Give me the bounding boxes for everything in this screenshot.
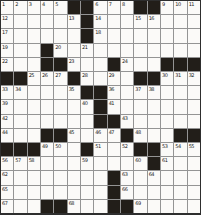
- cell-r14c13[interactable]: [174, 200, 186, 213]
- clue-number-16: 16: [149, 15, 154, 21]
- clue-number-24: 24: [122, 58, 127, 64]
- black-cell-r10c2: [28, 143, 40, 156]
- black-cell-r14c3: [41, 200, 53, 213]
- clue-number-34: 34: [15, 86, 20, 92]
- cell-r0c9[interactable]: 8: [121, 1, 133, 14]
- cell-r3c5[interactable]: [68, 44, 80, 57]
- cell-r7c11[interactable]: [148, 100, 160, 113]
- cell-r9c2[interactable]: [28, 129, 40, 142]
- clue-number-57: 57: [15, 157, 20, 163]
- cell-r14c12[interactable]: [161, 200, 173, 213]
- cell-r0c2[interactable]: 3: [28, 1, 40, 14]
- clue-number-14: 14: [95, 15, 100, 21]
- cell-r14c1[interactable]: [14, 200, 26, 213]
- cell-r3c0[interactable]: 19: [1, 44, 13, 57]
- cell-r7c12[interactable]: [161, 100, 173, 113]
- cell-r1c2[interactable]: [28, 15, 40, 28]
- cell-r8c11[interactable]: [148, 115, 160, 128]
- cell-r11c3[interactable]: [41, 157, 53, 170]
- cell-r1c8[interactable]: [108, 15, 120, 28]
- black-cell-r0c6: [81, 1, 93, 14]
- cell-r8c12[interactable]: [161, 115, 173, 128]
- clue-number-5: 5: [55, 1, 58, 7]
- black-cell-r1c6: [81, 15, 93, 28]
- cell-r9c10[interactable]: 48: [134, 129, 146, 142]
- cell-r13c4[interactable]: [54, 186, 66, 199]
- cell-r12c13[interactable]: [174, 171, 186, 184]
- cell-r8c5[interactable]: [68, 115, 80, 128]
- cell-r6c4[interactable]: [54, 86, 66, 99]
- cell-r2c1[interactable]: [14, 29, 26, 42]
- cell-r13c12[interactable]: [161, 186, 173, 199]
- cell-r2c14[interactable]: [188, 29, 200, 42]
- clue-number-1: 1: [2, 1, 5, 7]
- cell-r3c8[interactable]: [108, 44, 120, 57]
- black-cell-r4c3: [41, 58, 53, 71]
- cell-r9c0[interactable]: 44: [1, 129, 13, 142]
- clue-number-45: 45: [69, 129, 74, 135]
- cell-r2c11[interactable]: [148, 29, 160, 42]
- cell-r9c5[interactable]: 45: [68, 129, 80, 142]
- black-cell-r0c11: [148, 1, 160, 14]
- black-cell-r14c4: [54, 200, 66, 213]
- cell-r8c13[interactable]: [174, 115, 186, 128]
- clue-number-17: 17: [2, 29, 7, 35]
- cell-r10c3[interactable]: 49: [41, 143, 53, 156]
- cell-r2c13[interactable]: [174, 29, 186, 42]
- cell-r4c1[interactable]: [14, 58, 26, 71]
- cell-r6c3[interactable]: [41, 86, 53, 99]
- cell-r9c8[interactable]: 47: [108, 129, 120, 142]
- cell-r5c13[interactable]: 31: [174, 72, 186, 85]
- cell-r3c4[interactable]: 20: [54, 44, 66, 57]
- cell-r11c1[interactable]: 57: [14, 157, 26, 170]
- cell-r12c11[interactable]: 64: [148, 171, 160, 184]
- cell-r2c2[interactable]: [28, 29, 40, 42]
- cell-r5c3[interactable]: 26: [41, 72, 53, 85]
- cell-r0c7[interactable]: 6: [94, 1, 106, 14]
- clue-number-40: 40: [82, 100, 87, 106]
- clue-number-35: 35: [69, 86, 74, 92]
- cell-r3c1[interactable]: [14, 44, 26, 57]
- clue-number-37: 37: [135, 86, 140, 92]
- black-cell-r11c11: [148, 157, 160, 170]
- cell-r12c5[interactable]: [68, 171, 80, 184]
- cell-r13c6[interactable]: [81, 186, 93, 199]
- cell-r1c14[interactable]: [188, 15, 200, 28]
- cell-r3c7[interactable]: [94, 44, 106, 57]
- cell-r13c9[interactable]: 66: [121, 186, 133, 199]
- black-cell-r6c7: [94, 86, 106, 99]
- cell-r2c10[interactable]: [134, 29, 146, 42]
- cell-r3c6[interactable]: 21: [81, 44, 93, 57]
- cell-r13c1[interactable]: [14, 186, 26, 199]
- cell-r14c10[interactable]: 69: [134, 200, 146, 213]
- clue-number-9: 9: [162, 1, 165, 7]
- cell-r0c14[interactable]: 11: [188, 1, 200, 14]
- clue-number-33: 33: [2, 86, 7, 92]
- cell-r9c1[interactable]: [14, 129, 26, 142]
- cell-r6c5[interactable]: 35: [68, 86, 80, 99]
- clue-number-53: 53: [162, 143, 167, 149]
- clue-number-4: 4: [42, 1, 45, 7]
- clue-number-6: 6: [95, 1, 98, 7]
- cell-r11c13[interactable]: [174, 157, 186, 170]
- clue-number-30: 30: [162, 72, 167, 78]
- cell-r0c1[interactable]: 2: [14, 1, 26, 14]
- black-cell-r5c11: [148, 72, 160, 85]
- black-cell-r9c13: [174, 129, 186, 142]
- cell-r14c2[interactable]: [28, 200, 40, 213]
- black-cell-r9c14: [188, 129, 200, 142]
- cell-r1c13[interactable]: [174, 15, 186, 28]
- clue-number-29: 29: [109, 72, 114, 78]
- clue-number-61: 61: [162, 157, 167, 163]
- cell-r4c6[interactable]: [81, 58, 93, 71]
- cell-r8c10[interactable]: [134, 115, 146, 128]
- clue-number-48: 48: [135, 129, 140, 135]
- cell-r7c10[interactable]: [134, 100, 146, 113]
- cell-r10c13[interactable]: 54: [174, 143, 186, 156]
- cell-r13c7[interactable]: [94, 186, 106, 199]
- clue-number-47: 47: [109, 129, 114, 135]
- black-cell-r10c11: [148, 143, 160, 156]
- clue-number-15: 15: [135, 15, 140, 21]
- cell-r2c9[interactable]: [121, 29, 133, 42]
- cell-r11c8[interactable]: [108, 157, 120, 170]
- black-cell-r0c10: [134, 1, 146, 14]
- cell-r2c3[interactable]: [41, 29, 53, 42]
- cell-r13c3[interactable]: [41, 186, 53, 199]
- clue-number-62: 62: [2, 171, 7, 177]
- clue-number-59: 59: [82, 157, 87, 163]
- cell-r13c0[interactable]: 65: [1, 186, 13, 199]
- cell-r14c0[interactable]: 67: [1, 200, 13, 213]
- clue-number-42: 42: [2, 115, 7, 121]
- clue-number-10: 10: [175, 1, 180, 7]
- cell-r0c13[interactable]: 10: [174, 1, 186, 14]
- clue-number-68: 68: [69, 200, 74, 206]
- cell-r7c2[interactable]: [28, 100, 40, 113]
- clue-number-55: 55: [189, 143, 194, 149]
- cell-r14c5[interactable]: 68: [68, 200, 80, 213]
- clue-number-8: 8: [122, 1, 125, 7]
- cell-r12c12[interactable]: [161, 171, 173, 184]
- black-cell-r10c1: [14, 143, 26, 156]
- cell-r6c14[interactable]: [188, 86, 200, 99]
- cell-r6c8[interactable]: 36: [108, 86, 120, 99]
- cell-r13c2[interactable]: [28, 186, 40, 199]
- clue-number-21: 21: [82, 44, 87, 50]
- cell-r11c12[interactable]: 61: [161, 157, 173, 170]
- cell-r8c0[interactable]: 42: [1, 115, 13, 128]
- cell-r12c7[interactable]: [94, 171, 106, 184]
- cell-r1c11[interactable]: 16: [148, 15, 160, 28]
- cell-r11c10[interactable]: 60: [134, 157, 146, 170]
- cell-r6c13[interactable]: [174, 86, 186, 99]
- black-cell-r7c7: [94, 100, 106, 113]
- clue-number-41: 41: [109, 100, 114, 106]
- cell-r14c6[interactable]: [81, 200, 93, 213]
- cell-r12c2[interactable]: [28, 171, 40, 184]
- cell-r7c13[interactable]: [174, 100, 186, 113]
- cell-r4c9[interactable]: 24: [121, 58, 133, 71]
- cell-r3c2[interactable]: [28, 44, 40, 57]
- cell-r6c9[interactable]: [121, 86, 133, 99]
- cell-r4c5[interactable]: 23: [68, 58, 80, 71]
- clue-number-46: 46: [95, 129, 100, 135]
- cell-r8c6[interactable]: [81, 115, 93, 128]
- black-cell-r14c9: [121, 200, 133, 213]
- cell-r7c3[interactable]: [41, 100, 53, 113]
- clue-number-11: 11: [189, 1, 194, 7]
- cell-r1c0[interactable]: 12: [1, 15, 13, 28]
- cell-r1c12[interactable]: [161, 15, 173, 28]
- cell-r6c11[interactable]: 38: [148, 86, 160, 99]
- cell-r5c2[interactable]: 25: [28, 72, 40, 85]
- cell-r1c9[interactable]: [121, 15, 133, 28]
- cell-r6c10[interactable]: 37: [134, 86, 146, 99]
- cell-r11c0[interactable]: 56: [1, 157, 13, 170]
- cell-r10c12[interactable]: 53: [161, 143, 173, 156]
- cell-r7c9[interactable]: [121, 100, 133, 113]
- clue-number-51: 51: [95, 143, 100, 149]
- cell-r8c1[interactable]: [14, 115, 26, 128]
- cell-r4c10[interactable]: [134, 58, 146, 71]
- black-cell-r0c5: [68, 1, 80, 14]
- clue-number-54: 54: [175, 143, 180, 149]
- black-cell-r6c6: [81, 86, 93, 99]
- clue-number-58: 58: [29, 157, 34, 163]
- clue-number-65: 65: [2, 186, 7, 192]
- black-cell-r5c10: [134, 72, 146, 85]
- cell-r5c4[interactable]: 27: [54, 72, 66, 85]
- cell-r3c13[interactable]: [174, 44, 186, 57]
- black-cell-r4c12: [161, 58, 173, 71]
- cell-r13c11[interactable]: [148, 186, 160, 199]
- black-cell-r12c8: [108, 171, 120, 184]
- black-cell-r10c0: [1, 143, 13, 156]
- clue-number-66: 66: [122, 186, 127, 192]
- clue-number-27: 27: [55, 72, 60, 78]
- cell-r0c4[interactable]: 5: [54, 1, 66, 14]
- cell-r6c1[interactable]: 34: [14, 86, 26, 99]
- black-cell-r5c1: [14, 72, 26, 85]
- clue-number-25: 25: [29, 72, 34, 78]
- cell-r4c11[interactable]: [148, 58, 160, 71]
- cell-r11c6[interactable]: 59: [81, 157, 93, 170]
- clue-number-18: 18: [95, 29, 100, 35]
- cell-r9c12[interactable]: [161, 129, 173, 142]
- clue-number-13: 13: [69, 15, 74, 21]
- clue-number-43: 43: [122, 115, 127, 121]
- cell-r10c9[interactable]: 52: [121, 143, 133, 156]
- cell-r9c11[interactable]: [148, 129, 160, 142]
- clue-number-7: 7: [109, 1, 112, 7]
- cell-r10c8[interactable]: [108, 143, 120, 156]
- clue-number-64: 64: [149, 171, 154, 177]
- cell-r14c11[interactable]: [148, 200, 160, 213]
- clue-number-32: 32: [189, 72, 194, 78]
- cell-r8c4[interactable]: [54, 115, 66, 128]
- cell-r11c5[interactable]: [68, 157, 80, 170]
- cell-r11c9[interactable]: [121, 157, 133, 170]
- cell-r11c7[interactable]: [94, 157, 106, 170]
- cell-r12c14[interactable]: [188, 171, 200, 184]
- black-cell-r2c6: [81, 29, 93, 42]
- cell-r0c3[interactable]: 4: [41, 1, 53, 14]
- cell-r1c5[interactable]: 13: [68, 15, 80, 28]
- cell-r4c0[interactable]: 22: [1, 58, 13, 71]
- cell-r1c1[interactable]: [14, 15, 26, 28]
- black-cell-r14c8: [108, 200, 120, 213]
- cell-r7c1[interactable]: [14, 100, 26, 113]
- cell-r2c5[interactable]: [68, 29, 80, 42]
- cell-r6c0[interactable]: 33: [1, 86, 13, 99]
- cell-r2c4[interactable]: [54, 29, 66, 42]
- cell-r12c1[interactable]: [14, 171, 26, 184]
- clue-number-39: 39: [2, 100, 7, 106]
- black-cell-r13c8: [108, 186, 120, 199]
- cell-r1c10[interactable]: 15: [134, 15, 146, 28]
- clue-number-2: 2: [15, 1, 18, 7]
- black-cell-r3c3: [41, 44, 53, 57]
- cell-r5c6[interactable]: 28: [81, 72, 93, 85]
- cell-r3c11[interactable]: [148, 44, 160, 57]
- clue-number-20: 20: [55, 44, 60, 50]
- cell-r13c13[interactable]: [174, 186, 186, 199]
- cell-r7c8[interactable]: 41: [108, 100, 120, 113]
- cell-r5c9[interactable]: [121, 72, 133, 85]
- cell-r7c14[interactable]: [188, 100, 200, 113]
- cell-r6c12[interactable]: [161, 86, 173, 99]
- cell-r5c14[interactable]: 32: [188, 72, 200, 85]
- black-cell-r8c8: [108, 115, 120, 128]
- cell-r11c2[interactable]: 58: [28, 157, 40, 170]
- clue-number-67: 67: [2, 200, 7, 206]
- cell-r5c7[interactable]: [94, 72, 106, 85]
- cell-r14c14[interactable]: [188, 200, 200, 213]
- clue-number-26: 26: [42, 72, 47, 78]
- clue-number-56: 56: [2, 157, 7, 163]
- clue-number-38: 38: [149, 86, 154, 92]
- clue-number-23: 23: [69, 58, 74, 64]
- clue-number-50: 50: [55, 143, 60, 149]
- clue-number-52: 52: [122, 143, 127, 149]
- clue-number-19: 19: [2, 44, 7, 50]
- cell-r7c6[interactable]: 40: [81, 100, 93, 113]
- cell-r10c14[interactable]: 55: [188, 143, 200, 156]
- cell-r2c7[interactable]: 18: [94, 29, 106, 42]
- black-cell-r5c0: [1, 72, 13, 85]
- cell-r0c8[interactable]: 7: [108, 1, 120, 14]
- cell-r12c10[interactable]: [134, 171, 146, 184]
- cell-r0c12[interactable]: 9: [161, 1, 173, 14]
- cell-r12c6[interactable]: [81, 171, 93, 184]
- cell-r12c4[interactable]: [54, 171, 66, 184]
- cell-r9c6[interactable]: [81, 129, 93, 142]
- cell-r4c7[interactable]: [94, 58, 106, 71]
- cell-r13c10[interactable]: [134, 186, 146, 199]
- cell-r1c3[interactable]: [41, 15, 53, 28]
- cell-r5c8[interactable]: 29: [108, 72, 120, 85]
- cell-r3c10[interactable]: [134, 44, 146, 57]
- cell-r12c3[interactable]: [41, 171, 53, 184]
- clue-number-12: 12: [2, 15, 7, 21]
- cell-r8c3[interactable]: [41, 115, 53, 128]
- cell-r8c9[interactable]: 43: [121, 115, 133, 128]
- cell-r1c7[interactable]: 14: [94, 15, 106, 28]
- cell-r5c12[interactable]: 30: [161, 72, 173, 85]
- black-cell-r10c10: [134, 143, 146, 156]
- cell-r7c4[interactable]: [54, 100, 66, 113]
- cell-r2c8[interactable]: [108, 29, 120, 42]
- cell-r12c0[interactable]: 62: [1, 171, 13, 184]
- clue-number-31: 31: [175, 72, 180, 78]
- clue-number-36: 36: [109, 86, 114, 92]
- cell-r6c2[interactable]: [28, 86, 40, 99]
- cell-r1c4[interactable]: [54, 15, 66, 28]
- black-cell-r4c14: [188, 58, 200, 71]
- black-cell-r10c6: [81, 143, 93, 156]
- cell-r7c5[interactable]: [68, 100, 80, 113]
- cell-r3c14[interactable]: [188, 44, 200, 57]
- cell-r10c4[interactable]: 50: [54, 143, 66, 156]
- cell-r12c9[interactable]: 63: [121, 171, 133, 184]
- black-cell-r5c5: [68, 72, 80, 85]
- cell-r3c12[interactable]: [161, 44, 173, 57]
- black-cell-r9c4: [54, 129, 66, 142]
- black-cell-r9c3: [41, 129, 53, 142]
- cell-r10c5[interactable]: [68, 143, 80, 156]
- black-cell-r4c4: [54, 58, 66, 71]
- clue-number-63: 63: [122, 171, 127, 177]
- black-cell-r9c9: [121, 129, 133, 142]
- clue-number-3: 3: [29, 1, 32, 7]
- cell-r10c7[interactable]: 51: [94, 143, 106, 156]
- clue-number-69: 69: [135, 200, 140, 206]
- cell-r11c14[interactable]: [188, 157, 200, 170]
- black-cell-r4c13: [174, 58, 186, 71]
- cell-r8c2[interactable]: [28, 115, 40, 128]
- cell-r9c7[interactable]: 46: [94, 129, 106, 142]
- cell-r2c12[interactable]: [161, 29, 173, 42]
- cell-r13c14[interactable]: [188, 186, 200, 199]
- cell-r8c14[interactable]: [188, 115, 200, 128]
- clue-number-60: 60: [135, 157, 140, 163]
- clue-number-49: 49: [42, 143, 47, 149]
- cell-r4c2[interactable]: [28, 58, 40, 71]
- clue-number-44: 44: [2, 129, 7, 135]
- clue-number-22: 22: [2, 58, 7, 64]
- cell-r11c4[interactable]: [54, 157, 66, 170]
- cell-r13c5[interactable]: [68, 186, 80, 199]
- cell-r3c9[interactable]: [121, 44, 133, 57]
- clue-number-28: 28: [82, 72, 87, 78]
- cell-r7c0[interactable]: 39: [1, 100, 13, 113]
- black-cell-r4c8: [108, 58, 120, 71]
- cell-r14c7[interactable]: [94, 200, 106, 213]
- cell-r0c0[interactable]: 1: [1, 1, 13, 14]
- crossword-grid: 1234567891011121314151617181920212223242…: [0, 0, 201, 215]
- cell-r2c0[interactable]: 17: [1, 29, 13, 42]
- black-cell-r8c7: [94, 115, 106, 128]
